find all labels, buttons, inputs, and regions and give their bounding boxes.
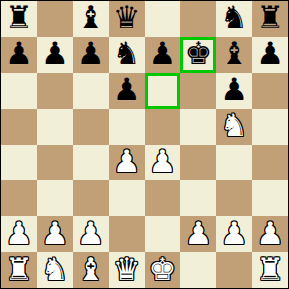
piece-black-knight-d7[interactable]: ♞: [113, 38, 141, 69]
piece-white-pawn-h2[interactable]: ♟: [256, 218, 284, 249]
square-e1[interactable]: ♚: [145, 252, 181, 288]
piece-black-pawn-h7[interactable]: ♟: [256, 38, 284, 69]
square-g7[interactable]: ♝: [216, 37, 252, 73]
square-b3[interactable]: [37, 180, 73, 216]
square-d1[interactable]: ♛: [109, 252, 145, 288]
piece-black-pawn-a7[interactable]: ♟: [5, 38, 33, 69]
piece-black-knight-g8[interactable]: ♞: [220, 2, 248, 33]
chess-board: ♜♝♛♞♜♟♟♟♞♟♚♝♟♟♟♞♟♟♟♟♟♟♟♟♜♞♝♛♚♜: [0, 0, 289, 289]
square-d5[interactable]: [109, 109, 145, 145]
square-b7[interactable]: ♟: [37, 37, 73, 73]
piece-black-pawn-b7[interactable]: ♟: [41, 38, 69, 69]
piece-white-pawn-b2[interactable]: ♟: [41, 218, 69, 249]
square-e2[interactable]: [145, 216, 181, 252]
square-c4[interactable]: [73, 145, 109, 181]
square-c7[interactable]: ♟: [73, 37, 109, 73]
piece-black-pawn-d6[interactable]: ♟: [113, 74, 141, 105]
piece-white-pawn-c2[interactable]: ♟: [77, 218, 105, 249]
square-c8[interactable]: ♝: [73, 1, 109, 37]
square-g6[interactable]: ♟: [216, 73, 252, 109]
piece-black-pawn-c7[interactable]: ♟: [77, 38, 105, 69]
square-d4[interactable]: ♟: [109, 145, 145, 181]
square-g4[interactable]: [216, 145, 252, 181]
square-h8[interactable]: ♜: [252, 1, 288, 37]
square-c5[interactable]: [73, 109, 109, 145]
square-h4[interactable]: [252, 145, 288, 181]
piece-black-bishop-g7[interactable]: ♝: [220, 38, 248, 69]
square-f2[interactable]: ♟: [180, 216, 216, 252]
square-d6[interactable]: ♟: [109, 73, 145, 109]
piece-black-queen-d8[interactable]: ♛: [113, 2, 141, 33]
piece-white-bishop-c1[interactable]: ♝: [77, 254, 105, 285]
square-b2[interactable]: ♟: [37, 216, 73, 252]
square-f8[interactable]: [180, 1, 216, 37]
piece-black-bishop-c8[interactable]: ♝: [77, 2, 105, 33]
square-d7[interactable]: ♞: [109, 37, 145, 73]
piece-white-rook-a1[interactable]: ♜: [5, 254, 33, 285]
square-c2[interactable]: ♟: [73, 216, 109, 252]
square-g5[interactable]: ♞: [216, 109, 252, 145]
square-a5[interactable]: [1, 109, 37, 145]
square-e5[interactable]: [145, 109, 181, 145]
square-d3[interactable]: [109, 180, 145, 216]
square-e4[interactable]: ♟: [145, 145, 181, 181]
square-e6[interactable]: [145, 73, 181, 109]
square-h7[interactable]: ♟: [252, 37, 288, 73]
piece-white-knight-g5[interactable]: ♞: [220, 110, 248, 141]
square-f4[interactable]: [180, 145, 216, 181]
piece-black-pawn-e7[interactable]: ♟: [149, 38, 177, 69]
piece-black-rook-a8[interactable]: ♜: [5, 2, 33, 33]
square-e7[interactable]: ♟: [145, 37, 181, 73]
square-g2[interactable]: ♟: [216, 216, 252, 252]
square-a8[interactable]: ♜: [1, 1, 37, 37]
square-g3[interactable]: [216, 180, 252, 216]
square-c6[interactable]: [73, 73, 109, 109]
piece-black-rook-h8[interactable]: ♜: [256, 2, 284, 33]
square-a1[interactable]: ♜: [1, 252, 37, 288]
square-b8[interactable]: [37, 1, 73, 37]
square-a2[interactable]: ♟: [1, 216, 37, 252]
square-g1[interactable]: [216, 252, 252, 288]
piece-black-king-f7[interactable]: ♚: [184, 38, 212, 69]
piece-white-king-e1[interactable]: ♚: [149, 254, 177, 285]
square-e3[interactable]: [145, 180, 181, 216]
square-h3[interactable]: [252, 180, 288, 216]
square-h6[interactable]: [252, 73, 288, 109]
square-f6[interactable]: [180, 73, 216, 109]
piece-black-pawn-g6[interactable]: ♟: [220, 74, 248, 105]
piece-white-pawn-g2[interactable]: ♟: [220, 218, 248, 249]
square-f5[interactable]: [180, 109, 216, 145]
square-f3[interactable]: [180, 180, 216, 216]
square-c3[interactable]: [73, 180, 109, 216]
piece-white-knight-b1[interactable]: ♞: [41, 254, 69, 285]
piece-white-pawn-a2[interactable]: ♟: [5, 218, 33, 249]
square-b1[interactable]: ♞: [37, 252, 73, 288]
piece-white-pawn-f2[interactable]: ♟: [184, 218, 212, 249]
square-f7[interactable]: ♚: [180, 37, 216, 73]
square-h5[interactable]: [252, 109, 288, 145]
square-b4[interactable]: [37, 145, 73, 181]
piece-white-pawn-d4[interactable]: ♟: [113, 146, 141, 177]
piece-white-pawn-e4[interactable]: ♟: [149, 146, 177, 177]
square-a6[interactable]: [1, 73, 37, 109]
square-f1[interactable]: [180, 252, 216, 288]
square-g8[interactable]: ♞: [216, 1, 252, 37]
square-d8[interactable]: ♛: [109, 1, 145, 37]
square-b5[interactable]: [37, 109, 73, 145]
square-h1[interactable]: ♜: [252, 252, 288, 288]
square-a3[interactable]: [1, 180, 37, 216]
square-b6[interactable]: [37, 73, 73, 109]
piece-white-queen-d1[interactable]: ♛: [113, 254, 141, 285]
square-c1[interactable]: ♝: [73, 252, 109, 288]
square-d2[interactable]: [109, 216, 145, 252]
square-h2[interactable]: ♟: [252, 216, 288, 252]
square-a7[interactable]: ♟: [1, 37, 37, 73]
piece-white-rook-h1[interactable]: ♜: [256, 254, 284, 285]
square-e8[interactable]: [145, 1, 181, 37]
square-a4[interactable]: [1, 145, 37, 181]
